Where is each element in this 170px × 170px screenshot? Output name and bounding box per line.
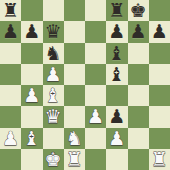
chess-board: ♜♜♚♟♟♛♟♟♟♞♝♟♝♟♝♛♟♟♟♝♞♟♚♜♜ <box>0 0 170 170</box>
square-h6[interactable] <box>149 43 170 64</box>
square-c2[interactable] <box>43 128 64 149</box>
white-bishop-icon[interactable]: ♝ <box>45 85 62 106</box>
square-g3[interactable] <box>128 106 149 127</box>
square-h2[interactable] <box>149 128 170 149</box>
square-e1[interactable] <box>85 149 106 170</box>
square-a3[interactable] <box>0 106 21 127</box>
square-h8[interactable] <box>149 0 170 21</box>
square-c5[interactable]: ♟ <box>43 64 64 85</box>
square-a6[interactable] <box>0 43 21 64</box>
black-rook-icon[interactable]: ♜ <box>108 0 125 21</box>
square-g8[interactable]: ♚ <box>128 0 149 21</box>
white-pawn-icon[interactable]: ♟ <box>2 127 19 148</box>
square-b7[interactable]: ♟ <box>21 21 42 42</box>
square-e5[interactable] <box>85 64 106 85</box>
square-b5[interactable] <box>21 64 42 85</box>
white-bishop-icon[interactable]: ♝ <box>23 127 40 148</box>
square-g6[interactable] <box>128 43 149 64</box>
square-g2[interactable] <box>128 128 149 149</box>
white-pawn-icon[interactable]: ♟ <box>45 63 62 84</box>
square-e8[interactable] <box>85 0 106 21</box>
square-c4[interactable]: ♝ <box>43 85 64 106</box>
square-g5[interactable] <box>128 64 149 85</box>
square-h3[interactable] <box>149 106 170 127</box>
square-g1[interactable] <box>128 149 149 170</box>
square-f7[interactable]: ♟ <box>106 21 127 42</box>
black-pawn-icon[interactable]: ♟ <box>108 21 125 42</box>
black-rook-icon[interactable]: ♜ <box>2 0 19 21</box>
white-pawn-icon[interactable]: ♟ <box>87 106 104 127</box>
square-e3[interactable]: ♟ <box>85 106 106 127</box>
square-b6[interactable] <box>21 43 42 64</box>
square-h1[interactable]: ♜ <box>149 149 170 170</box>
square-h5[interactable] <box>149 64 170 85</box>
square-a5[interactable] <box>0 64 21 85</box>
white-pawn-icon[interactable]: ♟ <box>23 85 40 106</box>
square-a1[interactable] <box>0 149 21 170</box>
square-b1[interactable] <box>21 149 42 170</box>
square-f8[interactable]: ♜ <box>106 0 127 21</box>
square-f3[interactable]: ♟ <box>106 106 127 127</box>
square-c1[interactable]: ♚ <box>43 149 64 170</box>
square-d5[interactable] <box>64 64 85 85</box>
square-d3[interactable] <box>64 106 85 127</box>
chess-board-grid: ♜♜♚♟♟♛♟♟♟♞♝♟♝♟♝♛♟♟♟♝♞♟♚♜♜ <box>0 0 170 170</box>
square-d6[interactable] <box>64 43 85 64</box>
square-g7[interactable]: ♟ <box>128 21 149 42</box>
square-f1[interactable] <box>106 149 127 170</box>
black-bishop-icon[interactable]: ♝ <box>108 63 125 84</box>
square-c6[interactable]: ♞ <box>43 43 64 64</box>
black-pawn-icon[interactable]: ♟ <box>2 21 19 42</box>
square-a2[interactable]: ♟ <box>0 128 21 149</box>
white-rook-icon[interactable]: ♜ <box>151 148 168 169</box>
square-c7[interactable]: ♛ <box>43 21 64 42</box>
black-pawn-icon[interactable]: ♟ <box>108 106 125 127</box>
white-king-icon[interactable]: ♚ <box>45 148 62 169</box>
square-h7[interactable]: ♟ <box>149 21 170 42</box>
square-b4[interactable]: ♟ <box>21 85 42 106</box>
white-rook-icon[interactable]: ♜ <box>66 148 83 169</box>
square-f5[interactable]: ♝ <box>106 64 127 85</box>
square-f6[interactable]: ♝ <box>106 43 127 64</box>
square-e2[interactable] <box>85 128 106 149</box>
white-knight-icon[interactable]: ♞ <box>66 127 83 148</box>
black-queen-icon[interactable]: ♛ <box>45 21 62 42</box>
square-b2[interactable]: ♝ <box>21 128 42 149</box>
square-h4[interactable] <box>149 85 170 106</box>
square-g4[interactable] <box>128 85 149 106</box>
square-f4[interactable] <box>106 85 127 106</box>
square-e6[interactable] <box>85 43 106 64</box>
black-pawn-icon[interactable]: ♟ <box>130 21 147 42</box>
square-c8[interactable] <box>43 0 64 21</box>
square-f2[interactable]: ♟ <box>106 128 127 149</box>
square-e7[interactable] <box>85 21 106 42</box>
black-pawn-icon[interactable]: ♟ <box>151 21 168 42</box>
square-a8[interactable]: ♜ <box>0 0 21 21</box>
square-a7[interactable]: ♟ <box>0 21 21 42</box>
square-b3[interactable] <box>21 106 42 127</box>
white-pawn-icon[interactable]: ♟ <box>108 127 125 148</box>
black-bishop-icon[interactable]: ♝ <box>108 42 125 63</box>
square-d4[interactable] <box>64 85 85 106</box>
white-queen-icon[interactable]: ♛ <box>45 106 62 127</box>
black-pawn-icon[interactable]: ♟ <box>23 21 40 42</box>
square-b8[interactable] <box>21 0 42 21</box>
black-knight-icon[interactable]: ♞ <box>45 42 62 63</box>
square-c3[interactable]: ♛ <box>43 106 64 127</box>
square-d1[interactable]: ♜ <box>64 149 85 170</box>
square-d7[interactable] <box>64 21 85 42</box>
square-d2[interactable]: ♞ <box>64 128 85 149</box>
square-e4[interactable] <box>85 85 106 106</box>
black-king-icon[interactable]: ♚ <box>130 0 147 21</box>
square-d8[interactable] <box>64 0 85 21</box>
square-a4[interactable] <box>0 85 21 106</box>
